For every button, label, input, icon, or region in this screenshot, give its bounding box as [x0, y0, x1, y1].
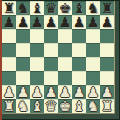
square-a4[interactable]: [2, 57, 16, 71]
piece-black-bishop[interactable]: ♝: [30, 1, 44, 15]
piece-white-queen[interactable]: ♛: [44, 99, 58, 113]
square-b8[interactable]: ♞: [16, 1, 30, 15]
square-h2[interactable]: ♟: [100, 85, 114, 99]
piece-white-bishop[interactable]: ♝: [72, 99, 86, 113]
square-f7[interactable]: ♟: [72, 15, 86, 29]
piece-black-bishop[interactable]: ♝: [72, 1, 86, 15]
piece-white-pawn[interactable]: ♟: [72, 85, 86, 99]
square-g4[interactable]: [86, 57, 100, 71]
piece-white-rook[interactable]: ♜: [100, 99, 114, 113]
square-b3[interactable]: [16, 71, 30, 85]
square-a3[interactable]: [2, 71, 16, 85]
piece-black-knight[interactable]: ♞: [16, 1, 30, 15]
square-d5[interactable]: [44, 43, 58, 57]
square-a6[interactable]: [2, 29, 16, 43]
square-e4[interactable]: [58, 57, 72, 71]
piece-black-rook[interactable]: ♜: [2, 1, 16, 15]
piece-black-pawn[interactable]: ♟: [58, 15, 72, 29]
square-b6[interactable]: [16, 29, 30, 43]
piece-black-pawn[interactable]: ♟: [16, 15, 30, 29]
piece-black-pawn[interactable]: ♟: [72, 15, 86, 29]
square-c1[interactable]: ♝: [30, 99, 44, 113]
square-e6[interactable]: [58, 29, 72, 43]
piece-black-pawn[interactable]: ♟: [30, 15, 44, 29]
square-f4[interactable]: [72, 57, 86, 71]
square-g6[interactable]: [86, 29, 100, 43]
board-bevel-bottom: [2, 113, 115, 114]
piece-white-bishop[interactable]: ♝: [30, 99, 44, 113]
piece-black-king[interactable]: ♚: [58, 1, 72, 15]
piece-white-pawn[interactable]: ♟: [44, 85, 58, 99]
square-e5[interactable]: [58, 43, 72, 57]
square-c4[interactable]: [30, 57, 44, 71]
square-f5[interactable]: [72, 43, 86, 57]
piece-white-pawn[interactable]: ♟: [16, 85, 30, 99]
square-h5[interactable]: [100, 43, 114, 57]
square-h6[interactable]: [100, 29, 114, 43]
square-h1[interactable]: ♜: [100, 99, 114, 113]
square-g7[interactable]: ♟: [86, 15, 100, 29]
square-d1[interactable]: ♛: [44, 99, 58, 113]
piece-white-pawn[interactable]: ♟: [86, 85, 100, 99]
square-d7[interactable]: ♟: [44, 15, 58, 29]
piece-white-knight[interactable]: ♞: [86, 99, 100, 113]
square-d4[interactable]: [44, 57, 58, 71]
square-f2[interactable]: ♟: [72, 85, 86, 99]
piece-black-pawn[interactable]: ♟: [100, 15, 114, 29]
square-a1[interactable]: ♜: [2, 99, 16, 113]
square-d2[interactable]: ♟: [44, 85, 58, 99]
square-f1[interactable]: ♝: [72, 99, 86, 113]
piece-white-pawn[interactable]: ♟: [2, 85, 16, 99]
chess-app-window: ♜♞♝♛♚♝♞♜♟♟♟♟♟♟♟♟♟♟♟♟♟♟♟♟♜♞♝♛♚♝♞♜: [0, 0, 120, 120]
square-g5[interactable]: [86, 43, 100, 57]
square-f8[interactable]: ♝: [72, 1, 86, 15]
square-c3[interactable]: [30, 71, 44, 85]
piece-black-pawn[interactable]: ♟: [44, 15, 58, 29]
square-c7[interactable]: ♟: [30, 15, 44, 29]
square-d3[interactable]: [44, 71, 58, 85]
square-g8[interactable]: ♞: [86, 1, 100, 15]
square-h4[interactable]: [100, 57, 114, 71]
piece-white-pawn[interactable]: ♟: [30, 85, 44, 99]
square-h7[interactable]: ♟: [100, 15, 114, 29]
square-b4[interactable]: [16, 57, 30, 71]
piece-white-pawn[interactable]: ♟: [100, 85, 114, 99]
square-e7[interactable]: ♟: [58, 15, 72, 29]
square-g1[interactable]: ♞: [86, 99, 100, 113]
piece-black-queen[interactable]: ♛: [44, 1, 58, 15]
chess-board[interactable]: ♜♞♝♛♚♝♞♜♟♟♟♟♟♟♟♟♟♟♟♟♟♟♟♟♜♞♝♛♚♝♞♜: [2, 1, 114, 113]
square-f3[interactable]: [72, 71, 86, 85]
square-b1[interactable]: ♞: [16, 99, 30, 113]
square-f6[interactable]: [72, 29, 86, 43]
piece-white-king[interactable]: ♚: [58, 99, 72, 113]
square-c5[interactable]: [30, 43, 44, 57]
square-h3[interactable]: [100, 71, 114, 85]
square-d8[interactable]: ♛: [44, 1, 58, 15]
square-a2[interactable]: ♟: [2, 85, 16, 99]
square-c6[interactable]: [30, 29, 44, 43]
square-b7[interactable]: ♟: [16, 15, 30, 29]
square-d6[interactable]: [44, 29, 58, 43]
piece-black-rook[interactable]: ♜: [100, 1, 114, 15]
square-a8[interactable]: ♜: [2, 1, 16, 15]
piece-white-pawn[interactable]: ♟: [58, 85, 72, 99]
square-e8[interactable]: ♚: [58, 1, 72, 15]
piece-black-knight[interactable]: ♞: [86, 1, 100, 15]
square-g3[interactable]: [86, 71, 100, 85]
square-b2[interactable]: ♟: [16, 85, 30, 99]
piece-white-rook[interactable]: ♜: [2, 99, 16, 113]
square-h8[interactable]: ♜: [100, 1, 114, 15]
square-a7[interactable]: ♟: [2, 15, 16, 29]
square-e3[interactable]: [58, 71, 72, 85]
square-g2[interactable]: ♟: [86, 85, 100, 99]
piece-white-knight[interactable]: ♞: [16, 99, 30, 113]
piece-black-pawn[interactable]: ♟: [2, 15, 16, 29]
square-c8[interactable]: ♝: [30, 1, 44, 15]
square-e2[interactable]: ♟: [58, 85, 72, 99]
piece-black-pawn[interactable]: ♟: [86, 15, 100, 29]
square-e1[interactable]: ♚: [58, 99, 72, 113]
board-bevel-right: [114, 1, 115, 114]
square-c2[interactable]: ♟: [30, 85, 44, 99]
square-b5[interactable]: [16, 43, 30, 57]
square-a5[interactable]: [2, 43, 16, 57]
